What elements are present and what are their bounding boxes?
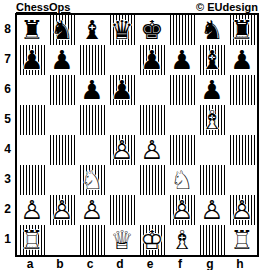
square-c8: ♝ [77, 15, 107, 45]
square-b4 [47, 135, 77, 165]
rank-label-6: 6 [0, 73, 15, 103]
piece-black-pawn: ♟ [47, 45, 77, 75]
header: ChessOps © EUdesign [0, 0, 270, 13]
board-area: 87654321 ♜♞♝♛♚♞♜♟♟♟♟♝♟♟♟♟♝♗♟♙♟♙♞♘♞♘♟♙♟♙♟… [0, 13, 270, 257]
square-f3: ♞♘ [167, 165, 197, 195]
rank-labels: 87654321 [0, 13, 15, 257]
square-h4 [227, 135, 257, 165]
square-h5 [227, 105, 257, 135]
chessops-link[interactable]: ChessOps [16, 1, 70, 13]
square-c2: ♟♙ [77, 195, 107, 225]
piece-black-pawn: ♟ [197, 75, 227, 105]
square-a5 [17, 105, 47, 135]
square-b8: ♞ [47, 15, 77, 45]
square-a4 [17, 135, 47, 165]
square-c7 [77, 45, 107, 75]
piece-white-pawn: ♟♙ [137, 135, 167, 165]
square-b5 [47, 105, 77, 135]
chess-diagram-page: ChessOps © EUdesign 87654321 ♜♞♝♛♚♞♜♟♟♟♟… [0, 0, 270, 270]
piece-black-pawn: ♟ [17, 45, 47, 75]
square-g5: ♝♗ [197, 105, 227, 135]
piece-white-pawn: ♟♙ [77, 195, 107, 225]
square-g2: ♟♙ [197, 195, 227, 225]
square-d3 [107, 165, 137, 195]
piece-black-pawn: ♟ [107, 75, 137, 105]
square-h1: ♜♖ [227, 225, 257, 255]
rank-label-8: 8 [0, 13, 15, 43]
piece-black-rook: ♜ [227, 15, 257, 45]
square-b6 [47, 75, 77, 105]
piece-white-bishop: ♝♗ [197, 105, 227, 135]
piece-black-pawn: ♟ [227, 45, 257, 75]
square-a3 [17, 165, 47, 195]
square-d4: ♟♙ [107, 135, 137, 165]
piece-white-pawn: ♟♙ [197, 195, 227, 225]
square-e7: ♟ [137, 45, 167, 75]
file-label-h: h [225, 257, 255, 270]
piece-white-queen: ♛♕ [107, 225, 137, 255]
file-label-b: b [45, 257, 75, 270]
square-d7 [107, 45, 137, 75]
file-label-g: g [195, 257, 225, 270]
piece-black-bishop: ♝ [77, 15, 107, 45]
square-d1: ♛♕ [107, 225, 137, 255]
square-g1 [197, 225, 227, 255]
square-d5 [107, 105, 137, 135]
piece-black-pawn: ♟ [77, 75, 107, 105]
square-a6 [17, 75, 47, 105]
square-e8: ♚ [137, 15, 167, 45]
piece-white-king: ♚♔ [137, 225, 167, 255]
square-c3: ♞♘ [77, 165, 107, 195]
square-f7: ♟ [167, 45, 197, 75]
square-f4 [167, 135, 197, 165]
file-label-d: d [105, 257, 135, 270]
piece-white-knight: ♞♘ [77, 165, 107, 195]
square-f2: ♟♙ [167, 195, 197, 225]
square-a2: ♟♙ [17, 195, 47, 225]
rank-label-4: 4 [0, 133, 15, 163]
square-e1: ♚♔ [137, 225, 167, 255]
square-b3 [47, 165, 77, 195]
piece-white-bishop: ♝♗ [167, 225, 197, 255]
piece-white-rook: ♜♖ [17, 225, 47, 255]
square-c4 [77, 135, 107, 165]
piece-white-pawn: ♟♙ [167, 195, 197, 225]
square-c5 [77, 105, 107, 135]
square-a7: ♟ [17, 45, 47, 75]
square-g3 [197, 165, 227, 195]
square-e6 [137, 75, 167, 105]
square-a1: ♜♖ [17, 225, 47, 255]
square-g4 [197, 135, 227, 165]
copyright-text: © EUdesign [196, 1, 258, 13]
piece-white-pawn: ♟♙ [227, 195, 257, 225]
square-f8 [167, 15, 197, 45]
piece-white-pawn: ♟♙ [17, 195, 47, 225]
square-g8: ♞ [197, 15, 227, 45]
square-h2: ♟♙ [227, 195, 257, 225]
piece-white-rook: ♜♖ [227, 225, 257, 255]
square-h3 [227, 165, 257, 195]
square-b7: ♟ [47, 45, 77, 75]
square-e5 [137, 105, 167, 135]
piece-black-rook: ♜ [17, 15, 47, 45]
square-b1 [47, 225, 77, 255]
rank-label-5: 5 [0, 103, 15, 133]
square-c1 [77, 225, 107, 255]
rank-label-3: 3 [0, 163, 15, 193]
rank-label-2: 2 [0, 193, 15, 223]
square-f6 [167, 75, 197, 105]
piece-white-pawn: ♟♙ [107, 135, 137, 165]
piece-black-pawn: ♟ [167, 45, 197, 75]
square-d6: ♟ [107, 75, 137, 105]
square-b2: ♟♙ [47, 195, 77, 225]
square-a8: ♜ [17, 15, 47, 45]
board: ♜♞♝♛♚♞♜♟♟♟♟♝♟♟♟♟♝♗♟♙♟♙♞♘♞♘♟♙♟♙♟♙♟♙♟♙♟♙♜♖… [15, 13, 259, 257]
piece-white-knight: ♞♘ [167, 165, 197, 195]
rank-label-7: 7 [0, 43, 15, 73]
piece-black-king: ♚ [137, 15, 167, 45]
file-label-c: c [75, 257, 105, 270]
square-h7: ♟ [227, 45, 257, 75]
square-h8: ♜ [227, 15, 257, 45]
square-h6 [227, 75, 257, 105]
square-c6: ♟ [77, 75, 107, 105]
piece-black-knight: ♞ [197, 15, 227, 45]
square-f5 [167, 105, 197, 135]
file-label-f: f [165, 257, 195, 270]
square-e3 [137, 165, 167, 195]
piece-white-pawn: ♟♙ [47, 195, 77, 225]
piece-black-pawn: ♟ [137, 45, 167, 75]
square-d8: ♛ [107, 15, 137, 45]
file-label-a: a [15, 257, 45, 270]
rank-label-1: 1 [0, 223, 15, 253]
square-g6: ♟ [197, 75, 227, 105]
piece-black-bishop: ♝ [197, 45, 227, 75]
file-labels: abcdefgh [15, 257, 270, 270]
square-d2 [107, 195, 137, 225]
square-e4: ♟♙ [137, 135, 167, 165]
piece-black-queen: ♛ [107, 15, 137, 45]
piece-black-knight: ♞ [47, 15, 77, 45]
square-f1: ♝♗ [167, 225, 197, 255]
square-g7: ♝ [197, 45, 227, 75]
square-e2 [137, 195, 167, 225]
file-label-e: e [135, 257, 165, 270]
